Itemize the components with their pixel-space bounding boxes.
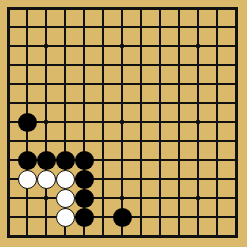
black-stone[interactable]	[37, 151, 56, 170]
star-point	[196, 44, 200, 48]
star-point	[44, 44, 48, 48]
star-point	[120, 196, 124, 200]
black-stone[interactable]	[113, 208, 132, 227]
star-point	[120, 44, 124, 48]
black-stone[interactable]	[18, 113, 37, 132]
star-point	[120, 120, 124, 124]
black-stone[interactable]	[75, 189, 94, 208]
black-stone[interactable]	[75, 170, 94, 189]
white-stone[interactable]	[37, 170, 56, 189]
star-point	[44, 196, 48, 200]
go-board[interactable]	[0, 0, 247, 247]
black-stone[interactable]	[18, 151, 37, 170]
white-stone[interactable]	[56, 189, 75, 208]
white-stone[interactable]	[56, 170, 75, 189]
black-stone[interactable]	[75, 151, 94, 170]
star-point	[196, 120, 200, 124]
white-stone[interactable]	[18, 170, 37, 189]
black-stone[interactable]	[75, 208, 94, 227]
white-stone[interactable]	[56, 208, 75, 227]
star-point	[44, 120, 48, 124]
star-point	[196, 196, 200, 200]
black-stone[interactable]	[56, 151, 75, 170]
